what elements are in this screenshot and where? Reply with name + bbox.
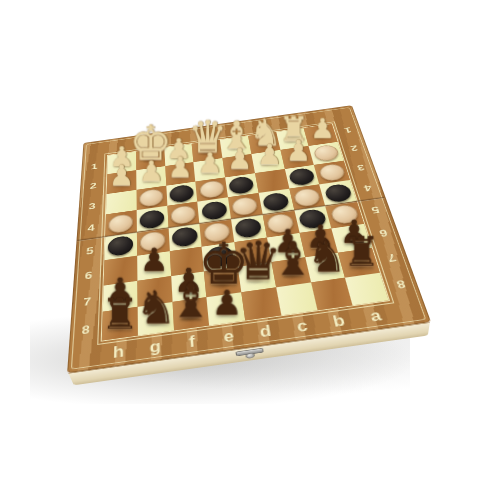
file-label-g: g (137, 333, 174, 361)
dark-checker-disc-f3 (169, 184, 194, 203)
rank-label-left-6: 6 (76, 261, 100, 290)
light-wood-pawn-f2: ♟ (168, 153, 193, 181)
rank-label-right-7: 7 (376, 244, 408, 273)
clasp-knob-icon (245, 352, 255, 359)
light-checker-disc-h4 (109, 213, 133, 234)
square-a7: ♜ (338, 248, 380, 278)
light-checker-disc-d4 (232, 196, 259, 216)
dark-checker-disc-g4 (140, 209, 165, 229)
light-wood-pawn-g2: ♟ (138, 157, 163, 185)
file-label-a: a (354, 303, 397, 330)
light-checker-disc-f4 (170, 205, 195, 225)
square-d3 (225, 173, 258, 197)
rank-label-right-4: 4 (354, 177, 383, 201)
light-wood-pawn-b2: ♟ (286, 137, 311, 165)
light-wood-pawn-a1: ♟ (310, 115, 335, 142)
light-checker-disc-e3 (199, 180, 224, 199)
rank-label-left-7: 7 (74, 286, 99, 316)
dark-checker-disc-a4 (323, 183, 352, 203)
dark-wood-rook-h8: ♜ (101, 293, 139, 335)
dark-checker-disc-c4 (262, 192, 290, 212)
square-e8: ♟ (207, 292, 246, 325)
rank-label-right-8: 8 (384, 270, 418, 301)
file-label-b: b (318, 308, 360, 335)
square-g8: ♞ (137, 302, 173, 335)
light-checker-disc-a2 (312, 144, 339, 162)
rank-label-left-8: 8 (72, 313, 98, 345)
light-checker-disc-g3 (140, 188, 164, 207)
dark-wood-bishop-f8: ♝ (170, 277, 213, 325)
dark-checker-disc-e4 (201, 200, 227, 220)
dark-wood-pawn-e8: ♟ (212, 286, 243, 320)
file-label-f: f (173, 328, 211, 356)
light-checker-disc-a3 (318, 163, 346, 182)
light-checker-disc-b4 (293, 187, 321, 207)
square-c2: ♟ (251, 150, 284, 173)
dark-checker-disc-d3 (229, 176, 255, 195)
file-label-h: h (100, 338, 137, 366)
scene: 12345678 12345678 hgfedcba ♟♚♟♛♝♞♜♟♟♟♟♟♟… (0, 0, 500, 500)
square-h8: ♜ (102, 307, 138, 340)
product-photo: 12345678 12345678 hgfedcba ♟♚♟♛♝♞♜♟♟♟♟♟♟… (0, 0, 500, 500)
square-g6: ♟ (137, 251, 171, 280)
folding-chess-board: 12345678 12345678 hgfedcba ♟♚♟♛♝♞♜♟♟♟♟♟♟… (67, 105, 431, 373)
light-wood-pawn-c2: ♟ (257, 141, 282, 169)
dark-wood-rook-a7: ♜ (344, 232, 380, 273)
file-label-c: c (282, 313, 323, 341)
square-f3 (166, 181, 198, 206)
light-wood-pawn-e2: ♟ (197, 149, 222, 177)
square-f8: ♝ (172, 297, 209, 330)
square-d8 (241, 288, 281, 321)
dark-checker-disc-b3 (288, 167, 315, 186)
file-label-d: d (246, 318, 286, 346)
dark-wood-pawn-g6: ♟ (140, 244, 169, 276)
square-a8 (345, 273, 388, 305)
rank-label-left-5: 5 (78, 237, 101, 264)
dark-checker-disc-h5 (108, 235, 133, 257)
dark-wood-knight-b7: ♞ (308, 234, 347, 278)
file-label-e: e (209, 323, 248, 351)
square-a2 (309, 142, 344, 165)
metal-clasp (235, 348, 264, 361)
light-wood-pawn-d2: ♟ (227, 145, 252, 173)
light-wood-pawn-h2: ♟ (109, 162, 134, 190)
dark-checker-disc-f5 (172, 226, 198, 248)
